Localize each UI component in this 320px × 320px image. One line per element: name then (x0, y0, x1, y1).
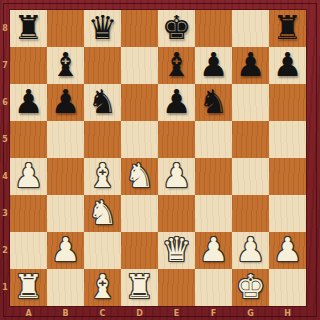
rank-label-1: 1 (0, 269, 10, 306)
file-label-B: B (47, 306, 84, 320)
white-queen-e2[interactable]: ♛ (162, 231, 192, 268)
square-f2[interactable]: ♟ (195, 232, 232, 269)
square-d7[interactable] (121, 47, 158, 84)
white-bishop-c4[interactable]: ♝ (88, 157, 118, 194)
square-h6[interactable] (269, 84, 306, 121)
square-a4[interactable]: ♟ (10, 158, 47, 195)
white-pawn-f2[interactable]: ♟ (199, 231, 229, 268)
square-c6[interactable]: ♞ (84, 84, 121, 121)
square-a7[interactable] (10, 47, 47, 84)
square-a8[interactable]: ♜ (10, 10, 47, 47)
black-king-e8[interactable]: ♚ (162, 9, 192, 46)
rank-label-8: 8 (0, 10, 10, 47)
square-e6[interactable]: ♟ (158, 84, 195, 121)
square-f5[interactable] (195, 121, 232, 158)
file-label-H: H (269, 306, 306, 320)
square-b8[interactable] (47, 10, 84, 47)
file-label-C: C (84, 306, 121, 320)
white-king-g1[interactable]: ♚ (236, 268, 266, 305)
square-c2[interactable] (84, 232, 121, 269)
white-pawn-g2[interactable]: ♟ (236, 231, 266, 268)
white-bishop-c1[interactable]: ♝ (88, 268, 118, 305)
square-a6[interactable]: ♟ (10, 84, 47, 121)
square-f6[interactable]: ♞ (195, 84, 232, 121)
black-pawn-b6[interactable]: ♟ (51, 83, 81, 120)
square-h1[interactable] (269, 269, 306, 306)
square-g7[interactable]: ♟ (232, 47, 269, 84)
square-g2[interactable]: ♟ (232, 232, 269, 269)
square-h3[interactable] (269, 195, 306, 232)
square-c3[interactable]: ♞ (84, 195, 121, 232)
black-knight-c6[interactable]: ♞ (88, 83, 118, 120)
rank-label-4: 4 (0, 158, 10, 195)
square-h7[interactable]: ♟ (269, 47, 306, 84)
square-b5[interactable] (47, 121, 84, 158)
square-d3[interactable] (121, 195, 158, 232)
square-d1[interactable]: ♜ (121, 269, 158, 306)
square-g1[interactable]: ♚ (232, 269, 269, 306)
chess-diagram: ♜♛♚♜♝♝♟♟♟♟♟♞♟♞♟♝♞♟♞♟♛♟♟♟♜♝♜♚ 87654321ABC… (0, 0, 320, 320)
square-d6[interactable] (121, 84, 158, 121)
square-g6[interactable] (232, 84, 269, 121)
chess-board: ♜♛♚♜♝♝♟♟♟♟♟♞♟♞♟♝♞♟♞♟♛♟♟♟♜♝♜♚ (10, 10, 306, 306)
square-e8[interactable]: ♚ (158, 10, 195, 47)
square-c1[interactable]: ♝ (84, 269, 121, 306)
black-bishop-b7[interactable]: ♝ (51, 46, 81, 83)
black-queen-c8[interactable]: ♛ (88, 9, 118, 46)
rank-label-3: 3 (0, 195, 10, 232)
square-d2[interactable] (121, 232, 158, 269)
square-b4[interactable] (47, 158, 84, 195)
white-pawn-e4[interactable]: ♟ (162, 157, 192, 194)
white-pawn-h2[interactable]: ♟ (273, 231, 303, 268)
square-a2[interactable] (10, 232, 47, 269)
file-label-E: E (158, 306, 195, 320)
square-e3[interactable] (158, 195, 195, 232)
square-e7[interactable]: ♝ (158, 47, 195, 84)
square-h4[interactable] (269, 158, 306, 195)
square-h5[interactable] (269, 121, 306, 158)
black-rook-a8[interactable]: ♜ (14, 9, 44, 46)
file-label-D: D (121, 306, 158, 320)
rank-label-7: 7 (0, 47, 10, 84)
black-knight-f6[interactable]: ♞ (199, 83, 229, 120)
black-bishop-e7[interactable]: ♝ (162, 46, 192, 83)
square-d8[interactable] (121, 10, 158, 47)
square-b2[interactable]: ♟ (47, 232, 84, 269)
square-g8[interactable] (232, 10, 269, 47)
square-b3[interactable] (47, 195, 84, 232)
white-rook-a1[interactable]: ♜ (14, 268, 44, 305)
rank-label-6: 6 (0, 84, 10, 121)
white-knight-c3[interactable]: ♞ (88, 194, 118, 231)
square-f7[interactable]: ♟ (195, 47, 232, 84)
square-c7[interactable] (84, 47, 121, 84)
black-rook-h8[interactable]: ♜ (273, 9, 303, 46)
black-pawn-g7[interactable]: ♟ (236, 46, 266, 83)
square-b6[interactable]: ♟ (47, 84, 84, 121)
square-f4[interactable] (195, 158, 232, 195)
black-pawn-e6[interactable]: ♟ (162, 83, 192, 120)
square-c8[interactable]: ♛ (84, 10, 121, 47)
black-pawn-f7[interactable]: ♟ (199, 46, 229, 83)
file-label-A: A (10, 306, 47, 320)
rank-label-2: 2 (0, 232, 10, 269)
square-g4[interactable] (232, 158, 269, 195)
square-h2[interactable]: ♟ (269, 232, 306, 269)
white-pawn-a4[interactable]: ♟ (14, 157, 44, 194)
black-pawn-h7[interactable]: ♟ (273, 46, 303, 83)
square-e4[interactable]: ♟ (158, 158, 195, 195)
rank-label-5: 5 (0, 121, 10, 158)
square-b7[interactable]: ♝ (47, 47, 84, 84)
square-a1[interactable]: ♜ (10, 269, 47, 306)
square-c4[interactable]: ♝ (84, 158, 121, 195)
white-rook-d1[interactable]: ♜ (125, 268, 155, 305)
white-knight-d4[interactable]: ♞ (125, 157, 155, 194)
square-b1[interactable] (47, 269, 84, 306)
black-pawn-a6[interactable]: ♟ (14, 83, 44, 120)
white-pawn-b2[interactable]: ♟ (51, 231, 81, 268)
square-d4[interactable]: ♞ (121, 158, 158, 195)
square-e2[interactable]: ♛ (158, 232, 195, 269)
file-label-G: G (232, 306, 269, 320)
square-d5[interactable] (121, 121, 158, 158)
square-c5[interactable] (84, 121, 121, 158)
square-f1[interactable] (195, 269, 232, 306)
square-e1[interactable] (158, 269, 195, 306)
square-a3[interactable] (10, 195, 47, 232)
square-a5[interactable] (10, 121, 47, 158)
square-f3[interactable] (195, 195, 232, 232)
square-f8[interactable] (195, 10, 232, 47)
square-g5[interactable] (232, 121, 269, 158)
file-label-F: F (195, 306, 232, 320)
square-e5[interactable] (158, 121, 195, 158)
square-h8[interactable]: ♜ (269, 10, 306, 47)
square-g3[interactable] (232, 195, 269, 232)
